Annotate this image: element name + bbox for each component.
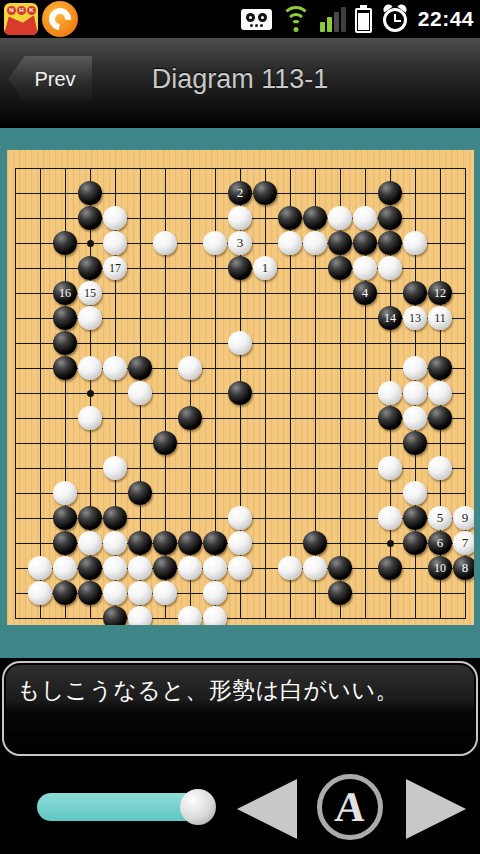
black-stone	[153, 531, 177, 555]
black-stone-move-6: 6	[428, 531, 452, 555]
white-stone	[328, 206, 352, 230]
black-stone	[78, 206, 102, 230]
black-stone	[153, 431, 177, 455]
black-stone	[203, 531, 227, 555]
black-stone	[128, 356, 152, 380]
black-stone	[303, 206, 327, 230]
white-stone-move-17: 17	[103, 256, 127, 280]
black-stone	[103, 506, 127, 530]
white-stone-move-13: 13	[403, 306, 427, 330]
status-bar: N H K 22:4	[0, 0, 480, 38]
black-stone	[78, 181, 102, 205]
black-stone	[53, 506, 77, 530]
black-stone	[53, 231, 77, 255]
white-stone	[103, 456, 127, 480]
white-stone	[153, 581, 177, 605]
caption-text: もしこうなると、形勢は白がいい。	[4, 663, 476, 706]
caption-box: もしこうなると、形勢は白がいい。	[2, 661, 478, 756]
white-stone	[78, 406, 102, 430]
go-board[interactable]: 2317116154121413115967108	[7, 150, 474, 625]
white-stone	[178, 606, 202, 625]
white-stone	[278, 231, 302, 255]
black-stone	[78, 506, 102, 530]
white-stone	[78, 531, 102, 555]
black-stone-move-2: 2	[228, 181, 252, 205]
black-stone	[378, 231, 402, 255]
white-stone	[428, 381, 452, 405]
nhk-letter-n: N	[7, 6, 16, 15]
wifi-icon	[281, 6, 311, 32]
move-slider-thumb[interactable]	[180, 789, 216, 825]
a-app-icon	[42, 1, 78, 37]
black-stone	[253, 181, 277, 205]
black-stone	[228, 256, 252, 280]
black-stone-move-14: 14	[378, 306, 402, 330]
annotation-label: A	[333, 783, 367, 831]
white-stone	[228, 556, 252, 580]
black-stone	[378, 556, 402, 580]
black-stone-move-10: 10	[428, 556, 452, 580]
black-stone	[328, 581, 352, 605]
white-stone	[178, 356, 202, 380]
white-stone-move-1: 1	[253, 256, 277, 280]
black-stone	[53, 306, 77, 330]
white-stone	[28, 556, 52, 580]
white-stone	[103, 556, 127, 580]
black-stone	[428, 406, 452, 430]
black-stone	[403, 531, 427, 555]
black-stone	[228, 381, 252, 405]
black-stone	[78, 556, 102, 580]
white-stone-move-9: 9	[453, 506, 474, 530]
prev-move-arrow-icon[interactable]	[237, 779, 297, 839]
black-stone	[403, 281, 427, 305]
white-stone	[353, 256, 377, 280]
white-stone	[378, 256, 402, 280]
white-stone	[378, 456, 402, 480]
black-stone	[128, 531, 152, 555]
white-stone	[128, 581, 152, 605]
white-stone	[103, 206, 127, 230]
white-stone	[103, 581, 127, 605]
nhk-letter-k: K	[27, 6, 36, 15]
white-stone	[428, 456, 452, 480]
nhk-app-icon: N H K	[4, 3, 38, 35]
white-stone	[203, 231, 227, 255]
black-stone	[53, 531, 77, 555]
clock-time: 22:44	[418, 7, 474, 31]
cassette-icon	[241, 9, 272, 30]
white-stone	[378, 381, 402, 405]
black-stone	[378, 206, 402, 230]
white-stone	[178, 556, 202, 580]
white-stone	[203, 556, 227, 580]
white-stone	[303, 231, 327, 255]
white-stone	[228, 531, 252, 555]
black-stone-move-12: 12	[428, 281, 452, 305]
black-stone-move-4: 4	[353, 281, 377, 305]
white-stone	[303, 556, 327, 580]
white-stone	[378, 506, 402, 530]
black-stone	[328, 256, 352, 280]
black-stone-move-16: 16	[53, 281, 77, 305]
white-stone	[403, 481, 427, 505]
white-stone	[228, 506, 252, 530]
black-stone	[103, 606, 127, 625]
white-stone	[403, 381, 427, 405]
black-stone	[78, 256, 102, 280]
black-stone	[128, 481, 152, 505]
white-stone	[53, 481, 77, 505]
alarm-clock-icon	[381, 5, 409, 33]
caption-area: もしこうなると、形勢は白がいい。	[0, 658, 480, 763]
hoshi-point	[87, 390, 94, 397]
move-slider-track[interactable]	[37, 793, 200, 821]
white-stone	[403, 406, 427, 430]
black-stone	[53, 356, 77, 380]
battery-icon	[355, 5, 372, 33]
signal-icon	[320, 6, 346, 32]
white-stone	[278, 556, 302, 580]
white-stone	[153, 231, 177, 255]
nhk-letter-h: H	[17, 6, 26, 15]
white-stone-move-15: 15	[78, 281, 102, 305]
white-stone	[103, 531, 127, 555]
black-stone	[53, 581, 77, 605]
page-title: Diagram 113-1	[0, 64, 480, 95]
black-stone	[153, 556, 177, 580]
white-stone	[203, 581, 227, 605]
board-frame: 2317116154121413115967108	[0, 128, 480, 658]
white-stone-move-11: 11	[428, 306, 452, 330]
white-stone	[128, 381, 152, 405]
white-stone	[103, 231, 127, 255]
white-stone	[78, 306, 102, 330]
black-stone	[378, 181, 402, 205]
black-stone	[328, 231, 352, 255]
next-move-arrow-icon[interactable]	[406, 779, 466, 839]
black-stone	[178, 406, 202, 430]
black-stone	[378, 406, 402, 430]
hoshi-point	[387, 540, 394, 547]
annotation-toggle-button[interactable]: A	[317, 774, 383, 840]
black-stone	[78, 581, 102, 605]
black-stone	[53, 331, 77, 355]
white-stone-move-7: 7	[453, 531, 474, 555]
black-stone	[328, 556, 352, 580]
black-stone	[403, 506, 427, 530]
white-stone	[78, 356, 102, 380]
white-stone	[28, 581, 52, 605]
black-stone	[428, 356, 452, 380]
header: Prev Diagram 113-1	[0, 38, 480, 128]
white-stone-move-3: 3	[228, 231, 252, 255]
white-stone	[228, 331, 252, 355]
white-stone	[103, 356, 127, 380]
black-stone	[353, 231, 377, 255]
white-stone	[353, 206, 377, 230]
playback-controls: A	[0, 763, 480, 854]
white-stone	[128, 606, 152, 625]
black-stone	[303, 531, 327, 555]
black-stone	[178, 531, 202, 555]
white-stone	[203, 606, 227, 625]
white-stone	[53, 556, 77, 580]
white-stone	[403, 231, 427, 255]
white-stone-move-5: 5	[428, 506, 452, 530]
black-stone	[403, 431, 427, 455]
white-stone	[403, 356, 427, 380]
black-stone	[278, 206, 302, 230]
hoshi-point	[87, 240, 94, 247]
black-stone-move-8: 8	[453, 556, 474, 580]
white-stone	[228, 206, 252, 230]
white-stone	[128, 556, 152, 580]
